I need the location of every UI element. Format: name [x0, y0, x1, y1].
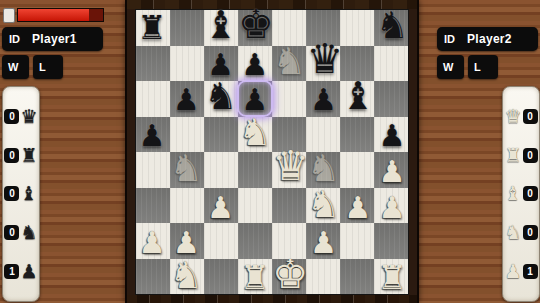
captured-wq-count: 0 [523, 109, 538, 124]
ghost-piece-wn-f4: ♞ [307, 150, 341, 187]
square-e3[interactable] [272, 188, 306, 224]
piece-wp-g3[interactable]: ♟ [341, 193, 375, 223]
square-c4[interactable] [204, 152, 238, 188]
bb-icon: ♝ [20, 184, 37, 203]
captured-wq-row: ♛0 [504, 107, 537, 126]
bp-icon: ♟ [20, 262, 37, 281]
captured-bb-count: 0 [4, 186, 19, 201]
captured-bp-row: 1♟ [4, 262, 37, 281]
piece-br-a8[interactable]: ♜ [135, 11, 169, 44]
square-d2[interactable] [238, 223, 272, 259]
captured-wr-row: ♜0 [504, 146, 537, 165]
player1-id-label: ID [9, 33, 20, 45]
br-icon: ♜ [20, 146, 37, 165]
bq-icon: ♛ [20, 107, 37, 126]
piece-bb-c8[interactable]: ♝ [204, 6, 238, 44]
player2-win-label: W [443, 61, 453, 73]
captured-wn-count: 0 [523, 225, 538, 240]
square-b3[interactable] [170, 188, 204, 224]
captured-bp-count: 1 [4, 264, 19, 279]
piece-bp-f6[interactable]: ♟ [307, 85, 341, 115]
captured-br-count: 0 [4, 148, 19, 163]
square-h6[interactable] [374, 81, 408, 117]
piece-wn-f3[interactable]: ♞ [307, 186, 341, 223]
wr-icon: ♜ [504, 146, 521, 165]
piece-bq-f7[interactable]: ♛ [307, 39, 341, 80]
square-a7[interactable] [136, 46, 170, 82]
piece-bp-h5[interactable]: ♟ [375, 121, 409, 151]
square-a3[interactable] [136, 188, 170, 224]
square-f1[interactable] [306, 259, 340, 295]
piece-wp-c3[interactable]: ♟ [204, 193, 238, 223]
square-a1[interactable] [136, 259, 170, 295]
square-b7[interactable] [170, 46, 204, 82]
piece-wp-h3[interactable]: ♟ [375, 193, 409, 223]
captured-wb-row: ♝0 [504, 184, 537, 203]
piece-wr-h1[interactable]: ♜ [375, 261, 409, 294]
piece-bp-a5[interactable]: ♟ [135, 121, 169, 151]
captured-black-pieces-tray: 0♛0♜0♝0♞1♟ [2, 86, 40, 302]
piece-wp-h4[interactable]: ♟ [375, 157, 409, 187]
pawn-icon [3, 8, 15, 23]
piece-wp-f2[interactable]: ♟ [307, 228, 341, 258]
captured-bn-row: 0♞ [4, 223, 37, 242]
player2-panel: ID Player2 [437, 27, 538, 51]
gauge-bar [17, 8, 104, 22]
piece-bp-b6[interactable]: ♟ [169, 85, 203, 115]
square-a6[interactable] [136, 81, 170, 117]
wb-icon: ♝ [504, 184, 521, 203]
square-g1[interactable] [340, 259, 374, 295]
piece-wk-e1[interactable]: ♚ [272, 254, 306, 294]
ghost-piece-wn-b4: ♞ [169, 150, 203, 187]
player1-win-box[interactable]: W [2, 55, 29, 79]
piece-wr-d1[interactable]: ♜ [238, 261, 272, 294]
wq-icon: ♛ [504, 107, 521, 126]
player1-name: Player1 [32, 32, 77, 46]
captured-wr-count: 0 [523, 148, 538, 163]
captured-wp-row: ♟1 [504, 262, 537, 281]
piece-bb-g6[interactable]: ♝ [341, 77, 375, 115]
turn-time-gauge [3, 8, 104, 22]
captured-wn-row: ♞0 [504, 223, 537, 242]
square-g4[interactable] [340, 152, 374, 188]
square-b8[interactable] [170, 10, 204, 46]
wp-icon: ♟ [504, 262, 521, 281]
captured-bq-row: 0♛ [4, 107, 37, 126]
captured-white-pieces-tray: ♛0♜0♝0♞0♟1 [502, 86, 540, 302]
captured-wp-count: 1 [523, 264, 538, 279]
square-c5[interactable] [204, 117, 238, 153]
square-g5[interactable] [340, 117, 374, 153]
square-c1[interactable] [204, 259, 238, 295]
bn-icon: ♞ [20, 223, 37, 242]
player1-panel: ID Player1 [2, 27, 103, 51]
square-h2[interactable] [374, 223, 408, 259]
square-g2[interactable] [340, 223, 374, 259]
captured-bq-count: 0 [4, 109, 19, 124]
piece-bk-d8[interactable]: ♚ [238, 4, 272, 44]
piece-wn-b1[interactable]: ♞ [169, 257, 203, 294]
chess-board: ♞♞♞♜♝♚♞♟♟♛♟♞♟♟♝♟♟♞♛♟♟♞♟♟♟♟♟♞♜♚♜ [125, 0, 419, 303]
player2-id-label: ID [444, 33, 455, 45]
piece-bp-d7[interactable]: ♟ [238, 50, 272, 80]
player2-name: Player2 [467, 32, 512, 46]
square-e6[interactable] [272, 81, 306, 117]
square-g8[interactable] [340, 10, 374, 46]
player1-loss-label: L [39, 61, 46, 73]
piece-wp-a2[interactable]: ♟ [135, 228, 169, 258]
ghost-piece-wn-e7: ♞ [272, 43, 306, 80]
square-a4[interactable] [136, 152, 170, 188]
square-d3[interactable] [238, 188, 272, 224]
player2-loss-box[interactable]: L [468, 55, 498, 79]
square-d4[interactable] [238, 152, 272, 188]
captured-bb-row: 0♝ [4, 184, 37, 203]
piece-bn-h8[interactable]: ♞ [375, 7, 409, 44]
piece-bn-c6[interactable]: ♞ [204, 78, 238, 115]
player1-win-label: W [8, 61, 18, 73]
player1-loss-box[interactable]: L [33, 55, 63, 79]
captured-br-row: 0♜ [4, 146, 37, 165]
player2-loss-label: L [474, 61, 481, 73]
captured-wb-count: 0 [523, 186, 538, 201]
player2-win-box[interactable]: W [437, 55, 464, 79]
piece-wn-d5[interactable]: ♞ [238, 114, 272, 151]
square-c2[interactable] [204, 223, 238, 259]
captured-bn-count: 0 [4, 225, 19, 240]
gauge-fill [18, 9, 89, 21]
piece-wq-e4[interactable]: ♛ [272, 146, 306, 187]
wn-icon: ♞ [504, 223, 521, 242]
square-h7[interactable] [374, 46, 408, 82]
